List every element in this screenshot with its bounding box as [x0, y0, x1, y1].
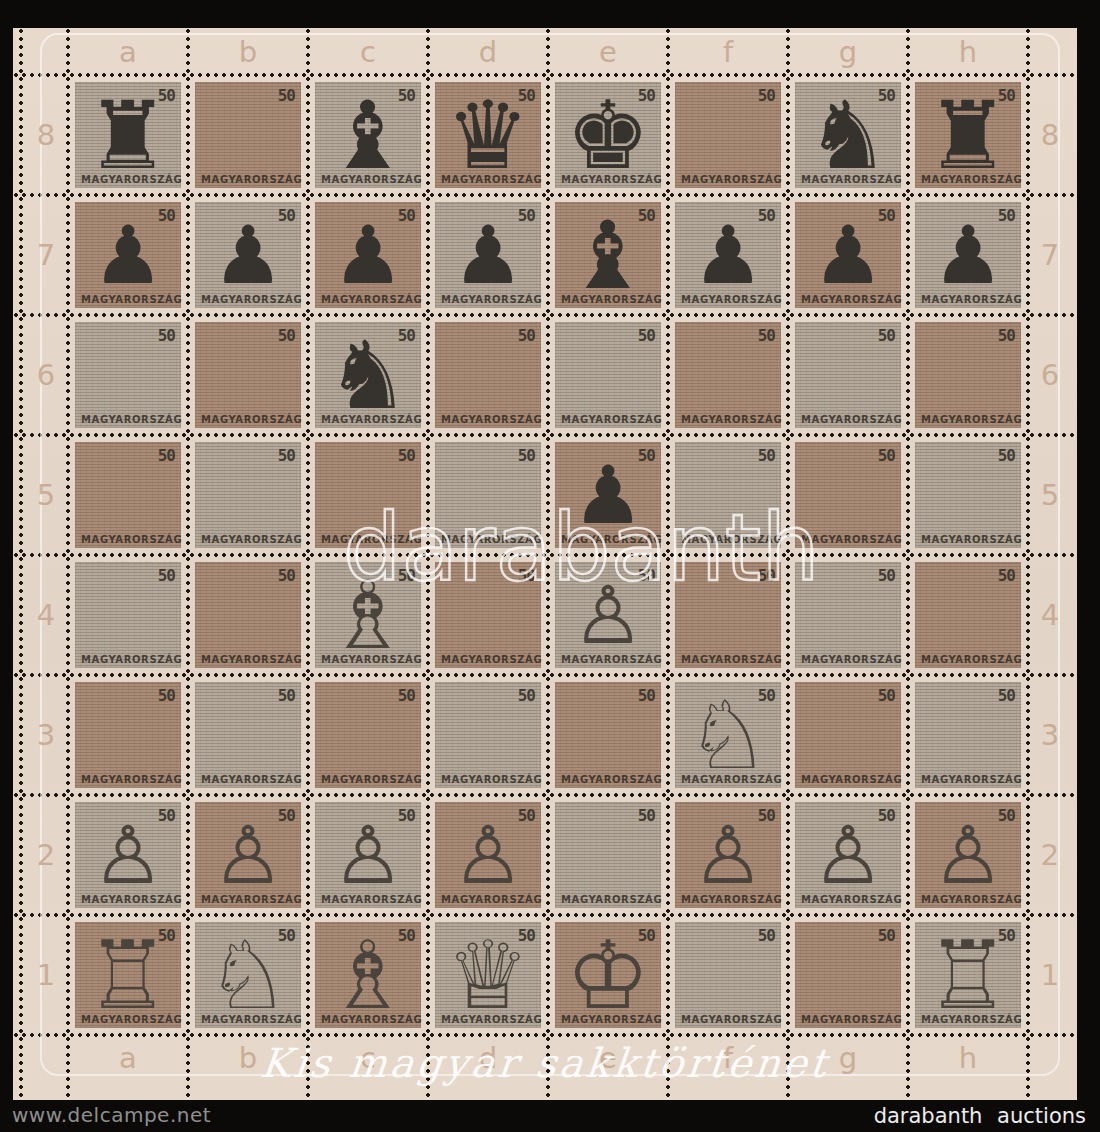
stamp-denomination: 50	[998, 686, 1015, 705]
black-pawn-h7: ♟	[932, 216, 1004, 296]
stamp-country-label: MAGYARORSZÁG	[801, 294, 902, 305]
stamp-country-label: MAGYARORSZÁG	[441, 654, 542, 665]
stamp-denomination: 50	[158, 686, 175, 705]
stamp-denomination: 50	[638, 446, 655, 465]
file-label-top-d: d	[473, 36, 503, 68]
square-c8: 50♝MAGYARORSZÁG	[308, 75, 428, 195]
stamp-denomination: 50	[158, 926, 175, 945]
stamp-country-label: MAGYARORSZÁG	[681, 774, 782, 785]
stamp-b4: 50MAGYARORSZÁG	[195, 562, 301, 668]
stamp-denomination: 50	[518, 806, 535, 825]
stamp-d2: 50♙MAGYARORSZÁG	[435, 802, 541, 908]
square-f4: 50MAGYARORSZÁG	[668, 555, 788, 675]
stamp-country-label: MAGYARORSZÁG	[561, 414, 662, 425]
stamp-denomination: 50	[518, 326, 535, 345]
stamp-country-label: MAGYARORSZÁG	[321, 174, 422, 185]
stamp-denomination: 50	[278, 926, 295, 945]
stamp-country-label: MAGYARORSZÁG	[81, 1014, 182, 1025]
stamp-g7: 50♟MAGYARORSZÁG	[795, 202, 901, 308]
white-pawn-e4: ♙	[572, 576, 644, 656]
stamp-country-label: MAGYARORSZÁG	[681, 534, 782, 545]
stamp-denomination: 50	[158, 806, 175, 825]
stamp-denomination: 50	[518, 926, 535, 945]
stamp-country-label: MAGYARORSZÁG	[801, 1014, 902, 1025]
stamp-denomination: 50	[878, 446, 895, 465]
stamp-denomination: 50	[278, 86, 295, 105]
stamp-denomination: 50	[278, 446, 295, 465]
stamp-country-label: MAGYARORSZÁG	[201, 534, 302, 545]
square-c2: 50♙MAGYARORSZÁG	[308, 795, 428, 915]
stamp-denomination: 50	[278, 686, 295, 705]
square-g4: 50MAGYARORSZÁG	[788, 555, 908, 675]
stamp-a2: 50♙MAGYARORSZÁG	[75, 802, 181, 908]
square-c3: 50MAGYARORSZÁG	[308, 675, 428, 795]
stamp-country-label: MAGYARORSZÁG	[441, 774, 542, 785]
rank-label-left-1: 1	[31, 959, 61, 991]
stamp-denomination: 50	[758, 686, 775, 705]
black-pawn-c7: ♟	[332, 216, 404, 296]
stamp-denomination: 50	[638, 206, 655, 225]
stamp-denomination: 50	[158, 326, 175, 345]
stamp-country-label: MAGYARORSZÁG	[81, 774, 182, 785]
rank-label-right-4: 4	[1035, 599, 1065, 631]
stamp-denomination: 50	[878, 926, 895, 945]
square-e5: 50♟MAGYARORSZÁG	[548, 435, 668, 555]
stamp-country-label: MAGYARORSZÁG	[201, 414, 302, 425]
stamp-country-label: MAGYARORSZÁG	[681, 1014, 782, 1025]
stamp-denomination: 50	[998, 206, 1015, 225]
square-h2: 50♙MAGYARORSZÁG	[908, 795, 1028, 915]
stamp-denomination: 50	[998, 326, 1015, 345]
square-a2: 50♙MAGYARORSZÁG	[68, 795, 188, 915]
square-a6: 50MAGYARORSZÁG	[68, 315, 188, 435]
stamp-c4: 50♗MAGYARORSZÁG	[315, 562, 421, 668]
rank-label-right-5: 5	[1035, 479, 1065, 511]
square-a3: 50MAGYARORSZÁG	[68, 675, 188, 795]
square-c1: 50♗MAGYARORSZÁG	[308, 915, 428, 1035]
stamp-e6: 50MAGYARORSZÁG	[555, 322, 661, 428]
square-h4: 50MAGYARORSZÁG	[908, 555, 1028, 675]
stamp-country-label: MAGYARORSZÁG	[681, 294, 782, 305]
stamp-country-label: MAGYARORSZÁG	[201, 1014, 302, 1025]
square-f3: 50♘MAGYARORSZÁG	[668, 675, 788, 795]
stamp-country-label: MAGYARORSZÁG	[681, 414, 782, 425]
stamp-denomination: 50	[998, 86, 1015, 105]
stamp-denomination: 50	[398, 926, 415, 945]
stamp-country-label: MAGYARORSZÁG	[561, 174, 662, 185]
square-h8: 50♜MAGYARORSZÁG	[908, 75, 1028, 195]
square-b2: 50♙MAGYARORSZÁG	[188, 795, 308, 915]
stamp-country-label: MAGYARORSZÁG	[681, 894, 782, 905]
stamp-c7: 50♟MAGYARORSZÁG	[315, 202, 421, 308]
stamp-e3: 50MAGYARORSZÁG	[555, 682, 661, 788]
square-c7: 50♟MAGYARORSZÁG	[308, 195, 428, 315]
stamp-b5: 50MAGYARORSZÁG	[195, 442, 301, 548]
stamp-country-label: MAGYARORSZÁG	[201, 174, 302, 185]
white-pawn-d2: ♙	[452, 816, 524, 896]
stamp-country-label: MAGYARORSZÁG	[321, 1014, 422, 1025]
stamp-denomination: 50	[638, 86, 655, 105]
square-g8: 50♞MAGYARORSZÁG	[788, 75, 908, 195]
square-e2: 50MAGYARORSZÁG	[548, 795, 668, 915]
stamp-denomination: 50	[398, 206, 415, 225]
stamp-country-label: MAGYARORSZÁG	[681, 654, 782, 665]
stamp-g6: 50MAGYARORSZÁG	[795, 322, 901, 428]
square-e1: 50♔MAGYARORSZÁG	[548, 915, 668, 1035]
square-a4: 50MAGYARORSZÁG	[68, 555, 188, 675]
stamp-f6: 50MAGYARORSZÁG	[675, 322, 781, 428]
square-b3: 50MAGYARORSZÁG	[188, 675, 308, 795]
stamp-denomination: 50	[398, 326, 415, 345]
square-g7: 50♟MAGYARORSZÁG	[788, 195, 908, 315]
stamp-country-label: MAGYARORSZÁG	[561, 774, 662, 785]
stamp-denomination: 50	[638, 326, 655, 345]
stamp-denomination: 50	[998, 566, 1015, 585]
stamp-country-label: MAGYARORSZÁG	[81, 294, 182, 305]
square-d5: 50MAGYARORSZÁG	[428, 435, 548, 555]
stamp-denomination: 50	[158, 566, 175, 585]
stamp-e8: 50♚MAGYARORSZÁG	[555, 82, 661, 188]
stamp-denomination: 50	[878, 806, 895, 825]
stamp-country-label: MAGYARORSZÁG	[921, 294, 1022, 305]
stamp-f3: 50♘MAGYARORSZÁG	[675, 682, 781, 788]
stamp-g8: 50♞MAGYARORSZÁG	[795, 82, 901, 188]
square-g5: 50MAGYARORSZÁG	[788, 435, 908, 555]
rank-label-left-5: 5	[31, 479, 61, 511]
watermark-darabanth-auctions: darabanth auctions	[874, 1104, 1086, 1128]
stamp-c1: 50♗MAGYARORSZÁG	[315, 922, 421, 1028]
square-f6: 50MAGYARORSZÁG	[668, 315, 788, 435]
stamp-country-label: MAGYARORSZÁG	[561, 1014, 662, 1025]
stamp-f2: 50♙MAGYARORSZÁG	[675, 802, 781, 908]
stamp-d7: 50♟MAGYARORSZÁG	[435, 202, 541, 308]
stamp-country-label: MAGYARORSZÁG	[321, 774, 422, 785]
square-h6: 50MAGYARORSZÁG	[908, 315, 1028, 435]
stamp-denomination: 50	[278, 206, 295, 225]
rank-label-right-2: 2	[1035, 839, 1065, 871]
stamp-denomination: 50	[158, 206, 175, 225]
square-b6: 50MAGYARORSZÁG	[188, 315, 308, 435]
stamp-h7: 50♟MAGYARORSZÁG	[915, 202, 1021, 308]
square-e4: 50♙MAGYARORSZÁG	[548, 555, 668, 675]
stamp-country-label: MAGYARORSZÁG	[561, 294, 662, 305]
stamp-country-label: MAGYARORSZÁG	[81, 654, 182, 665]
file-label-top-c: c	[353, 36, 383, 68]
black-pawn-f7: ♟	[692, 216, 764, 296]
stamp-denomination: 50	[998, 446, 1015, 465]
stamp-country-label: MAGYARORSZÁG	[321, 294, 422, 305]
stamp-a3: 50MAGYARORSZÁG	[75, 682, 181, 788]
square-a8: 50♜MAGYARORSZÁG	[68, 75, 188, 195]
stamp-h5: 50MAGYARORSZÁG	[915, 442, 1021, 548]
stamp-h2: 50♙MAGYARORSZÁG	[915, 802, 1021, 908]
stamp-country-label: MAGYARORSZÁG	[801, 174, 902, 185]
stamp-denomination: 50	[518, 446, 535, 465]
square-b5: 50MAGYARORSZÁG	[188, 435, 308, 555]
square-c6: 50♞MAGYARORSZÁG	[308, 315, 428, 435]
stamp-b3: 50MAGYARORSZÁG	[195, 682, 301, 788]
stamp-country-label: MAGYARORSZÁG	[921, 414, 1022, 425]
stamp-denomination: 50	[758, 326, 775, 345]
stamp-denomination: 50	[518, 686, 535, 705]
stamp-g1: 50MAGYARORSZÁG	[795, 922, 901, 1028]
rank-label-right-6: 6	[1035, 359, 1065, 391]
rank-label-right-7: 7	[1035, 239, 1065, 271]
stamp-g3: 50MAGYARORSZÁG	[795, 682, 901, 788]
stamp-denomination: 50	[998, 806, 1015, 825]
stamp-c8: 50♝MAGYARORSZÁG	[315, 82, 421, 188]
stamp-country-label: MAGYARORSZÁG	[921, 534, 1022, 545]
square-g1: 50MAGYARORSZÁG	[788, 915, 908, 1035]
stamp-denomination: 50	[398, 566, 415, 585]
stamp-e2: 50MAGYARORSZÁG	[555, 802, 661, 908]
white-pawn-c2: ♙	[332, 816, 404, 896]
square-c5: 50MAGYARORSZÁG	[308, 435, 428, 555]
square-d8: 50♛MAGYARORSZÁG	[428, 75, 548, 195]
file-label-top-b: b	[233, 36, 263, 68]
square-e3: 50MAGYARORSZÁG	[548, 675, 668, 795]
file-label-top-e: e	[593, 36, 623, 68]
stamp-denomination: 50	[758, 566, 775, 585]
square-h7: 50♟MAGYARORSZÁG	[908, 195, 1028, 315]
black-pawn-b7: ♟	[212, 216, 284, 296]
square-g6: 50MAGYARORSZÁG	[788, 315, 908, 435]
square-d7: 50♟MAGYARORSZÁG	[428, 195, 548, 315]
stamp-d5: 50MAGYARORSZÁG	[435, 442, 541, 548]
stamp-g4: 50MAGYARORSZÁG	[795, 562, 901, 668]
stamp-f1: 50MAGYARORSZÁG	[675, 922, 781, 1028]
stamp-denomination: 50	[878, 686, 895, 705]
square-a7: 50♟MAGYARORSZÁG	[68, 195, 188, 315]
stamp-denomination: 50	[998, 926, 1015, 945]
stamp-b6: 50MAGYARORSZÁG	[195, 322, 301, 428]
stamp-country-label: MAGYARORSZÁG	[201, 294, 302, 305]
stamp-country-label: MAGYARORSZÁG	[441, 414, 542, 425]
stamp-d4: 50MAGYARORSZÁG	[435, 562, 541, 668]
stamp-denomination: 50	[278, 326, 295, 345]
stamp-country-label: MAGYARORSZÁG	[801, 894, 902, 905]
square-h1: 50♖MAGYARORSZÁG	[908, 915, 1028, 1035]
square-d4: 50MAGYARORSZÁG	[428, 555, 548, 675]
stamp-c3: 50MAGYARORSZÁG	[315, 682, 421, 788]
square-b7: 50♟MAGYARORSZÁG	[188, 195, 308, 315]
stamp-country-label: MAGYARORSZÁG	[441, 894, 542, 905]
stamp-country-label: MAGYARORSZÁG	[561, 894, 662, 905]
stamp-denomination: 50	[398, 86, 415, 105]
rank-label-right-8: 8	[1035, 119, 1065, 151]
stamp-h4: 50MAGYARORSZÁG	[915, 562, 1021, 668]
stamp-country-label: MAGYARORSZÁG	[441, 534, 542, 545]
rank-label-left-6: 6	[31, 359, 61, 391]
stamp-denomination: 50	[158, 446, 175, 465]
stamp-country-label: MAGYARORSZÁG	[921, 654, 1022, 665]
square-h5: 50MAGYARORSZÁG	[908, 435, 1028, 555]
stamp-country-label: MAGYARORSZÁG	[321, 654, 422, 665]
stamp-g5: 50MAGYARORSZÁG	[795, 442, 901, 548]
stamp-b2: 50♙MAGYARORSZÁG	[195, 802, 301, 908]
stamp-f5: 50MAGYARORSZÁG	[675, 442, 781, 548]
black-pawn-d7: ♟	[452, 216, 524, 296]
square-b4: 50MAGYARORSZÁG	[188, 555, 308, 675]
square-f7: 50♟MAGYARORSZÁG	[668, 195, 788, 315]
file-label-top-g: g	[833, 36, 863, 68]
stamp-denomination: 50	[638, 686, 655, 705]
black-pawn-e5: ♟	[572, 456, 644, 536]
stamp-c6: 50♞MAGYARORSZÁG	[315, 322, 421, 428]
stamp-a8: 50♜MAGYARORSZÁG	[75, 82, 181, 188]
stamp-country-label: MAGYARORSZÁG	[321, 894, 422, 905]
file-label-top-a: a	[113, 36, 143, 68]
square-f8: 50MAGYARORSZÁG	[668, 75, 788, 195]
stamp-country-label: MAGYARORSZÁG	[921, 174, 1022, 185]
square-b1: 50♘MAGYARORSZÁG	[188, 915, 308, 1035]
square-a1: 50♖MAGYARORSZÁG	[68, 915, 188, 1035]
perforation-column	[18, 28, 24, 1100]
stamp-country-label: MAGYARORSZÁG	[921, 894, 1022, 905]
stamp-denomination: 50	[638, 806, 655, 825]
stamp-a7: 50♟MAGYARORSZÁG	[75, 202, 181, 308]
stamp-denomination: 50	[878, 326, 895, 345]
rank-label-left-2: 2	[31, 839, 61, 871]
stamp-a6: 50MAGYARORSZÁG	[75, 322, 181, 428]
stamp-e7: 50♝MAGYARORSZÁG	[555, 202, 661, 308]
stamp-denomination: 50	[518, 206, 535, 225]
white-pawn-f2: ♙	[692, 816, 764, 896]
stamp-d6: 50MAGYARORSZÁG	[435, 322, 541, 428]
file-label-top-h: h	[953, 36, 983, 68]
square-e6: 50MAGYARORSZÁG	[548, 315, 668, 435]
stamp-d8: 50♛MAGYARORSZÁG	[435, 82, 541, 188]
square-d2: 50♙MAGYARORSZÁG	[428, 795, 548, 915]
stamp-h1: 50♖MAGYARORSZÁG	[915, 922, 1021, 1028]
stamp-b8: 50MAGYARORSZÁG	[195, 82, 301, 188]
square-f5: 50MAGYARORSZÁG	[668, 435, 788, 555]
stamp-denomination: 50	[758, 446, 775, 465]
stamp-denomination: 50	[638, 926, 655, 945]
rank-label-right-1: 1	[1035, 959, 1065, 991]
rank-label-left-4: 4	[31, 599, 61, 631]
stamp-h3: 50MAGYARORSZÁG	[915, 682, 1021, 788]
stamp-b7: 50♟MAGYARORSZÁG	[195, 202, 301, 308]
stamp-denomination: 50	[638, 566, 655, 585]
white-pawn-b2: ♙	[212, 816, 284, 896]
stamp-sheet: 50♜MAGYARORSZÁG50MAGYARORSZÁG50♝MAGYAROR…	[13, 28, 1077, 1100]
stamp-country-label: MAGYARORSZÁG	[921, 774, 1022, 785]
stamp-d3: 50MAGYARORSZÁG	[435, 682, 541, 788]
stamp-country-label: MAGYARORSZÁG	[81, 414, 182, 425]
rank-label-left-7: 7	[31, 239, 61, 271]
stamp-country-label: MAGYARORSZÁG	[321, 414, 422, 425]
stamp-denomination: 50	[758, 206, 775, 225]
watermark-delcampe: www.delcampe.net	[12, 1103, 211, 1127]
square-g2: 50♙MAGYARORSZÁG	[788, 795, 908, 915]
square-c4: 50♗MAGYARORSZÁG	[308, 555, 428, 675]
stamp-denomination: 50	[278, 806, 295, 825]
stamp-denomination: 50	[878, 86, 895, 105]
stamp-a5: 50MAGYARORSZÁG	[75, 442, 181, 548]
stamp-g2: 50♙MAGYARORSZÁG	[795, 802, 901, 908]
square-h3: 50MAGYARORSZÁG	[908, 675, 1028, 795]
stamp-f8: 50MAGYARORSZÁG	[675, 82, 781, 188]
rank-label-left-8: 8	[31, 119, 61, 151]
stamp-a4: 50MAGYARORSZÁG	[75, 562, 181, 668]
stamp-country-label: MAGYARORSZÁG	[801, 774, 902, 785]
stamp-denomination: 50	[398, 806, 415, 825]
stamp-a1: 50♖MAGYARORSZÁG	[75, 922, 181, 1028]
square-a5: 50MAGYARORSZÁG	[68, 435, 188, 555]
stamp-denomination: 50	[758, 926, 775, 945]
stamp-country-label: MAGYARORSZÁG	[681, 174, 782, 185]
stamp-h8: 50♜MAGYARORSZÁG	[915, 82, 1021, 188]
photo-background: 50♜MAGYARORSZÁG50MAGYARORSZÁG50♝MAGYAROR…	[0, 0, 1100, 1132]
stamp-country-label: MAGYARORSZÁG	[921, 1014, 1022, 1025]
stamp-country-label: MAGYARORSZÁG	[561, 534, 662, 545]
stamp-denomination: 50	[758, 86, 775, 105]
stamp-denomination: 50	[878, 206, 895, 225]
stamp-country-label: MAGYARORSZÁG	[561, 654, 662, 665]
stamp-denomination: 50	[398, 446, 415, 465]
stamp-denomination: 50	[518, 566, 535, 585]
stamp-country-label: MAGYARORSZÁG	[81, 894, 182, 905]
white-pawn-h2: ♙	[932, 816, 1004, 896]
stamp-country-label: MAGYARORSZÁG	[201, 894, 302, 905]
stamp-country-label: MAGYARORSZÁG	[801, 414, 902, 425]
stamp-country-label: MAGYARORSZÁG	[321, 534, 422, 545]
square-e8: 50♚MAGYARORSZÁG	[548, 75, 668, 195]
stamp-denomination: 50	[518, 86, 535, 105]
stamp-country-label: MAGYARORSZÁG	[441, 294, 542, 305]
square-g3: 50MAGYARORSZÁG	[788, 675, 908, 795]
square-d3: 50MAGYARORSZÁG	[428, 675, 548, 795]
stamp-denomination: 50	[398, 686, 415, 705]
stamp-denomination: 50	[878, 566, 895, 585]
chess-board: 50♜MAGYARORSZÁG50MAGYARORSZÁG50♝MAGYAROR…	[68, 75, 1028, 1035]
black-pawn-a7: ♟	[92, 216, 164, 296]
stamp-c2: 50♙MAGYARORSZÁG	[315, 802, 421, 908]
stamp-c5: 50MAGYARORSZÁG	[315, 442, 421, 548]
stamp-denomination: 50	[278, 566, 295, 585]
stamp-f7: 50♟MAGYARORSZÁG	[675, 202, 781, 308]
square-f2: 50♙MAGYARORSZÁG	[668, 795, 788, 915]
stamp-country-label: MAGYARORSZÁG	[81, 174, 182, 185]
black-pawn-g7: ♟	[812, 216, 884, 296]
stamp-country-label: MAGYARORSZÁG	[201, 654, 302, 665]
white-pawn-a2: ♙	[92, 816, 164, 896]
stamp-b1: 50♘MAGYARORSZÁG	[195, 922, 301, 1028]
stamp-d1: 50♕MAGYARORSZÁG	[435, 922, 541, 1028]
stamp-country-label: MAGYARORSZÁG	[81, 534, 182, 545]
rank-label-right-3: 3	[1035, 719, 1065, 751]
stamp-country-label: MAGYARORSZÁG	[441, 174, 542, 185]
stamp-country-label: MAGYARORSZÁG	[801, 654, 902, 665]
stamp-denomination: 50	[158, 86, 175, 105]
stamp-e1: 50♔MAGYARORSZÁG	[555, 922, 661, 1028]
rank-label-left-3: 3	[31, 719, 61, 751]
square-d6: 50MAGYARORSZÁG	[428, 315, 548, 435]
sheet-title-script: Kis magyar sakktörténet	[11, 1040, 1080, 1086]
file-label-top-f: f	[713, 36, 743, 68]
square-d1: 50♕MAGYARORSZÁG	[428, 915, 548, 1035]
stamp-e5: 50♟MAGYARORSZÁG	[555, 442, 661, 548]
stamp-denomination: 50	[758, 806, 775, 825]
stamp-country-label: MAGYARORSZÁG	[441, 1014, 542, 1025]
stamp-e4: 50♙MAGYARORSZÁG	[555, 562, 661, 668]
white-pawn-g2: ♙	[812, 816, 884, 896]
square-e7: 50♝MAGYARORSZÁG	[548, 195, 668, 315]
stamp-country-label: MAGYARORSZÁG	[201, 774, 302, 785]
square-b8: 50MAGYARORSZÁG	[188, 75, 308, 195]
square-f1: 50MAGYARORSZÁG	[668, 915, 788, 1035]
